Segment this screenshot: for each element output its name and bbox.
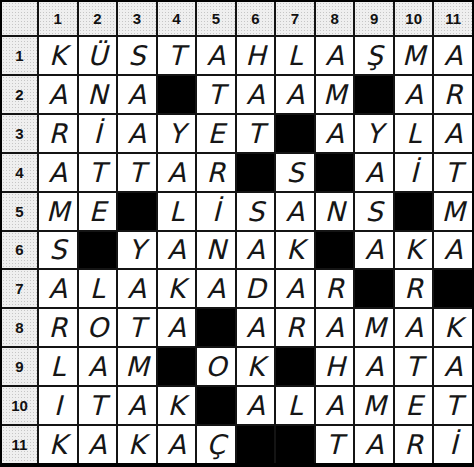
- row-header-8: 8: [2, 309, 37, 346]
- letter-cell-r11c3[interactable]: K: [118, 426, 156, 463]
- letter-cell-r5c9[interactable]: S: [355, 193, 393, 230]
- letter-cell-r9c6[interactable]: K: [237, 348, 275, 385]
- letter-cell-r3c11[interactable]: A: [434, 115, 472, 152]
- letter-cell-r2c3[interactable]: A: [118, 76, 156, 113]
- letter-cell-r10c2[interactable]: T: [79, 387, 117, 424]
- row-header-3: 3: [2, 115, 37, 152]
- letter-cell-r1c8[interactable]: A: [316, 37, 354, 74]
- letter-cell-r7c2[interactable]: L: [79, 270, 117, 307]
- block-cell-r4c6: [237, 154, 275, 191]
- letter-cell-r3c5[interactable]: E: [197, 115, 235, 152]
- letter-cell-r7c6[interactable]: D: [237, 270, 275, 307]
- letter-cell-r3c2[interactable]: İ: [79, 115, 117, 152]
- row-header-11: 11: [2, 426, 37, 463]
- letter-cell-r5c4[interactable]: L: [158, 193, 196, 230]
- letter-cell-r11c9[interactable]: A: [355, 426, 393, 463]
- letter-cell-r8c3[interactable]: T: [118, 309, 156, 346]
- letter-cell-r8c4[interactable]: A: [158, 309, 196, 346]
- letter-cell-r3c10[interactable]: L: [395, 115, 433, 152]
- letter-cell-r10c6[interactable]: A: [237, 387, 275, 424]
- letter-cell-r4c2[interactable]: T: [79, 154, 117, 191]
- letter-cell-r11c10[interactable]: R: [395, 426, 433, 463]
- letter-cell-r11c1[interactable]: K: [39, 426, 77, 463]
- col-header-4: 4: [158, 2, 196, 35]
- letter-cell-r3c3[interactable]: A: [118, 115, 156, 152]
- letter-cell-r1c4[interactable]: T: [158, 37, 196, 74]
- letter-cell-r5c7[interactable]: A: [276, 193, 314, 230]
- letter-cell-r6c9[interactable]: A: [355, 232, 393, 269]
- letter-cell-r2c2[interactable]: N: [79, 76, 117, 113]
- letter-cell-r4c11[interactable]: T: [434, 154, 472, 191]
- letter-cell-r6c7[interactable]: K: [276, 232, 314, 269]
- letter-cell-r3c4[interactable]: Y: [158, 115, 196, 152]
- col-header-9: 9: [355, 2, 393, 35]
- col-header-7: 7: [276, 2, 314, 35]
- letter-cell-r10c3[interactable]: A: [118, 387, 156, 424]
- letter-cell-r6c11[interactable]: A: [434, 232, 472, 269]
- letter-cell-r6c4[interactable]: A: [158, 232, 196, 269]
- letter-cell-r4c4[interactable]: A: [158, 154, 196, 191]
- block-cell-r7c11: [434, 270, 472, 307]
- letter-cell-r9c2[interactable]: A: [79, 348, 117, 385]
- letter-cell-r1c5[interactable]: A: [197, 37, 235, 74]
- letter-cell-r9c10[interactable]: T: [395, 348, 433, 385]
- letter-cell-r2c10[interactable]: A: [395, 76, 433, 113]
- letter-cell-r10c7[interactable]: L: [276, 387, 314, 424]
- letter-cell-r4c9[interactable]: A: [355, 154, 393, 191]
- col-header-10: 10: [395, 2, 433, 35]
- col-header-2: 2: [79, 2, 117, 35]
- letter-cell-r7c3[interactable]: A: [118, 270, 156, 307]
- letter-cell-r10c1[interactable]: I: [39, 387, 77, 424]
- letter-cell-r10c9[interactable]: M: [355, 387, 393, 424]
- letter-cell-r1c1[interactable]: K: [39, 37, 77, 74]
- letter-cell-r5c1[interactable]: M: [39, 193, 77, 230]
- letter-cell-r4c7[interactable]: S: [276, 154, 314, 191]
- letter-cell-r2c1[interactable]: A: [39, 76, 77, 113]
- letter-cell-r5c5[interactable]: İ: [197, 193, 235, 230]
- row-header-7: 7: [2, 270, 37, 307]
- letter-cell-r6c5[interactable]: N: [197, 232, 235, 269]
- letter-cell-r9c5[interactable]: O: [197, 348, 235, 385]
- letter-cell-r7c7[interactable]: A: [276, 270, 314, 307]
- letter-cell-r6c6[interactable]: A: [237, 232, 275, 269]
- letter-cell-r7c10[interactable]: R: [395, 270, 433, 307]
- letter-cell-r3c1[interactable]: R: [39, 115, 77, 152]
- block-cell-r10c5: [197, 387, 235, 424]
- letter-cell-r10c8[interactable]: A: [316, 387, 354, 424]
- letter-cell-r1c3[interactable]: S: [118, 37, 156, 74]
- letter-cell-r2c5[interactable]: T: [197, 76, 235, 113]
- letter-cell-r10c10[interactable]: E: [395, 387, 433, 424]
- letter-cell-r8c8[interactable]: A: [316, 309, 354, 346]
- letter-cell-r9c1[interactable]: L: [39, 348, 77, 385]
- col-header-8: 8: [316, 2, 354, 35]
- letter-cell-r4c5[interactable]: R: [197, 154, 235, 191]
- letter-cell-r3c8[interactable]: A: [316, 115, 354, 152]
- letter-cell-r1c10[interactable]: M: [395, 37, 433, 74]
- letter-cell-r9c3[interactable]: M: [118, 348, 156, 385]
- letter-cell-r8c6[interactable]: A: [237, 309, 275, 346]
- letter-cell-r8c10[interactable]: A: [395, 309, 433, 346]
- letter-cell-r11c2[interactable]: A: [79, 426, 117, 463]
- letter-cell-r8c7[interactable]: R: [276, 309, 314, 346]
- letter-cell-r11c5[interactable]: Ç: [197, 426, 235, 463]
- block-cell-r4c8: [316, 154, 354, 191]
- letter-cell-r5c8[interactable]: N: [316, 193, 354, 230]
- letter-cell-r8c2[interactable]: O: [79, 309, 117, 346]
- letter-cell-r1c7[interactable]: L: [276, 37, 314, 74]
- letter-cell-r9c9[interactable]: A: [355, 348, 393, 385]
- row-header-2: 2: [2, 76, 37, 113]
- letter-cell-r1c9[interactable]: Ş: [355, 37, 393, 74]
- col-header-5: 5: [197, 2, 235, 35]
- letter-cell-r5c2[interactable]: E: [79, 193, 117, 230]
- block-cell-r5c3: [118, 193, 156, 230]
- letter-cell-r1c6[interactable]: H: [237, 37, 275, 74]
- letter-cell-r1c2[interactable]: Ü: [79, 37, 117, 74]
- letter-cell-r7c1[interactable]: A: [39, 270, 77, 307]
- letter-cell-r5c11[interactable]: M: [434, 193, 472, 230]
- row-header-1: 1: [2, 37, 37, 74]
- col-header-1: 1: [39, 2, 77, 35]
- letter-cell-r8c9[interactable]: M: [355, 309, 393, 346]
- row-header-10: 10: [2, 387, 37, 424]
- letter-cell-r11c4[interactable]: A: [158, 426, 196, 463]
- row-header-9: 9: [2, 348, 37, 385]
- letter-cell-r7c4[interactable]: K: [158, 270, 196, 307]
- col-header-6: 6: [237, 2, 275, 35]
- letter-cell-r11c11[interactable]: İ: [434, 426, 472, 463]
- letter-cell-r7c5[interactable]: A: [197, 270, 235, 307]
- row-header-4: 4: [2, 154, 37, 191]
- letter-cell-r9c11[interactable]: A: [434, 348, 472, 385]
- corner-cell: [2, 2, 37, 35]
- col-header-11: 11: [434, 2, 472, 35]
- block-cell-r3c7: [276, 115, 314, 152]
- letter-cell-r2c7[interactable]: A: [276, 76, 314, 113]
- block-cell-r9c7: [276, 348, 314, 385]
- letter-cell-r6c10[interactable]: K: [395, 232, 433, 269]
- block-cell-r2c4: [158, 76, 196, 113]
- block-cell-r2c9: [355, 76, 393, 113]
- letter-cell-r4c10[interactable]: İ: [395, 154, 433, 191]
- letter-cell-r2c6[interactable]: A: [237, 76, 275, 113]
- block-cell-r11c6: [237, 426, 275, 463]
- block-cell-r9c4: [158, 348, 196, 385]
- letter-cell-r6c1[interactable]: S: [39, 232, 77, 269]
- letter-cell-r5c6[interactable]: S: [237, 193, 275, 230]
- letter-cell-r2c8[interactable]: M: [316, 76, 354, 113]
- col-header-3: 3: [118, 2, 156, 35]
- letter-cell-r4c1[interactable]: A: [39, 154, 77, 191]
- row-header-6: 6: [2, 232, 37, 269]
- letter-cell-r11c8[interactable]: T: [316, 426, 354, 463]
- letter-cell-r4c3[interactable]: T: [118, 154, 156, 191]
- block-cell-r11c7: [276, 426, 314, 463]
- letter-cell-r3c6[interactable]: T: [237, 115, 275, 152]
- letter-cell-r1c11[interactable]: A: [434, 37, 472, 74]
- block-cell-r8c5: [197, 309, 235, 346]
- letter-cell-r8c1[interactable]: R: [39, 309, 77, 346]
- row-header-5: 5: [2, 193, 37, 230]
- crossword-grid: 12345678910111KÜSTAHLAŞMA2ANATAAMAR3RİAY…: [0, 0, 474, 467]
- letter-cell-r10c11[interactable]: T: [434, 387, 472, 424]
- letter-cell-r2c11[interactable]: R: [434, 76, 472, 113]
- block-cell-r6c2: [79, 232, 117, 269]
- letter-cell-r10c4[interactable]: K: [158, 387, 196, 424]
- letter-cell-r3c9[interactable]: Y: [355, 115, 393, 152]
- block-cell-r5c10: [395, 193, 433, 230]
- block-cell-r6c8: [316, 232, 354, 269]
- block-cell-r7c9: [355, 270, 393, 307]
- letter-cell-r7c8[interactable]: R: [316, 270, 354, 307]
- letter-cell-r8c11[interactable]: K: [434, 309, 472, 346]
- letter-cell-r9c8[interactable]: H: [316, 348, 354, 385]
- letter-cell-r6c3[interactable]: Y: [118, 232, 156, 269]
